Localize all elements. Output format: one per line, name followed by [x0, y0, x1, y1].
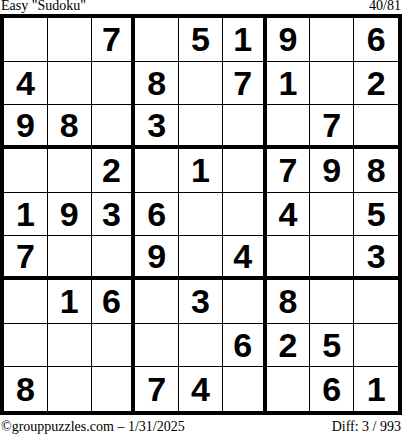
cell-r8c2 — [48, 324, 92, 368]
cell-r8c6: 6 — [223, 324, 267, 368]
cell-r6c5 — [179, 236, 223, 280]
cell-r3c3 — [92, 105, 136, 149]
cell-r7c3: 6 — [92, 280, 136, 324]
cell-r3c7 — [267, 105, 311, 149]
cell-r8c9 — [354, 324, 398, 368]
cell-r1c7: 9 — [267, 18, 311, 62]
cell-r5c6 — [223, 193, 267, 237]
cell-r7c8 — [310, 280, 354, 324]
cell-r1c9: 6 — [354, 18, 398, 62]
cell-r5c7: 4 — [267, 193, 311, 237]
cell-r8c5 — [179, 324, 223, 368]
cell-r4c3: 2 — [92, 149, 136, 193]
cell-r3c8: 7 — [310, 105, 354, 149]
cell-r4c7: 7 — [267, 149, 311, 193]
cell-r1c6: 1 — [223, 18, 267, 62]
cell-r6c1: 7 — [4, 236, 48, 280]
cell-r6c7 — [267, 236, 311, 280]
cell-r3c2: 8 — [48, 105, 92, 149]
cell-r2c8 — [310, 62, 354, 106]
cell-r3c9 — [354, 105, 398, 149]
copyright-credit: ©grouppuzzles.com – 1/31/2025 — [1, 419, 185, 434]
givens-counter: 40/81 — [369, 0, 401, 13]
cell-r7c4 — [135, 280, 179, 324]
cell-r5c1: 1 — [4, 193, 48, 237]
cell-r9c9: 1 — [354, 367, 398, 411]
cell-r5c3: 3 — [92, 193, 136, 237]
cell-r3c5 — [179, 105, 223, 149]
cell-r9c7 — [267, 367, 311, 411]
cell-r2c5 — [179, 62, 223, 106]
cell-r7c5: 3 — [179, 280, 223, 324]
cell-r6c9: 3 — [354, 236, 398, 280]
cell-r4c6 — [223, 149, 267, 193]
difficulty-label: Diff: 3 / 993 — [332, 419, 401, 434]
cell-r7c6 — [223, 280, 267, 324]
cell-r2c9: 2 — [354, 62, 398, 106]
cell-r6c3 — [92, 236, 136, 280]
cell-r1c8 — [310, 18, 354, 62]
cell-r3c4: 3 — [135, 105, 179, 149]
cell-r8c8: 5 — [310, 324, 354, 368]
cell-r8c7: 2 — [267, 324, 311, 368]
cell-r4c2 — [48, 149, 92, 193]
cell-r6c4: 9 — [135, 236, 179, 280]
cell-r1c2 — [48, 18, 92, 62]
cell-r5c5 — [179, 193, 223, 237]
cell-r4c8: 9 — [310, 149, 354, 193]
cell-r9c4: 7 — [135, 367, 179, 411]
cell-r6c2 — [48, 236, 92, 280]
cell-r1c5: 5 — [179, 18, 223, 62]
cell-r4c5: 1 — [179, 149, 223, 193]
cell-r4c1 — [4, 149, 48, 193]
cell-r8c3 — [92, 324, 136, 368]
cell-r9c8: 6 — [310, 367, 354, 411]
page-footer: ©grouppuzzles.com – 1/31/2025 Diff: 3 / … — [1, 419, 401, 434]
cell-r9c3 — [92, 367, 136, 411]
cell-r8c1 — [4, 324, 48, 368]
cell-r4c4 — [135, 149, 179, 193]
cell-r6c6: 4 — [223, 236, 267, 280]
cell-r2c6: 7 — [223, 62, 267, 106]
cell-r3c1: 9 — [4, 105, 48, 149]
cell-r7c9 — [354, 280, 398, 324]
cell-r7c2: 1 — [48, 280, 92, 324]
cell-r9c1: 8 — [4, 367, 48, 411]
puzzle-title: Easy "Sudoku" — [1, 0, 86, 13]
cell-r7c1 — [4, 280, 48, 324]
sudoku-board: 7519648712983721798193645794316386258746… — [0, 14, 402, 415]
cell-r7c7: 8 — [267, 280, 311, 324]
cell-r2c4: 8 — [135, 62, 179, 106]
cell-r5c4: 6 — [135, 193, 179, 237]
cell-r9c6 — [223, 367, 267, 411]
cell-r3c6 — [223, 105, 267, 149]
cell-r9c5: 4 — [179, 367, 223, 411]
cell-r1c1 — [4, 18, 48, 62]
cell-r8c4 — [135, 324, 179, 368]
cell-r4c9: 8 — [354, 149, 398, 193]
cell-r5c8 — [310, 193, 354, 237]
cell-r2c3 — [92, 62, 136, 106]
cell-r2c2 — [48, 62, 92, 106]
sudoku-page: Easy "Sudoku" 40/81 75196487129837217981… — [0, 0, 402, 437]
cell-r1c4 — [135, 18, 179, 62]
cell-r9c2 — [48, 367, 92, 411]
page-header: Easy "Sudoku" 40/81 — [1, 0, 401, 13]
cell-r1c3: 7 — [92, 18, 136, 62]
cell-r5c9: 5 — [354, 193, 398, 237]
cell-r6c8 — [310, 236, 354, 280]
cell-r2c1: 4 — [4, 62, 48, 106]
cell-r5c2: 9 — [48, 193, 92, 237]
cell-r2c7: 1 — [267, 62, 311, 106]
